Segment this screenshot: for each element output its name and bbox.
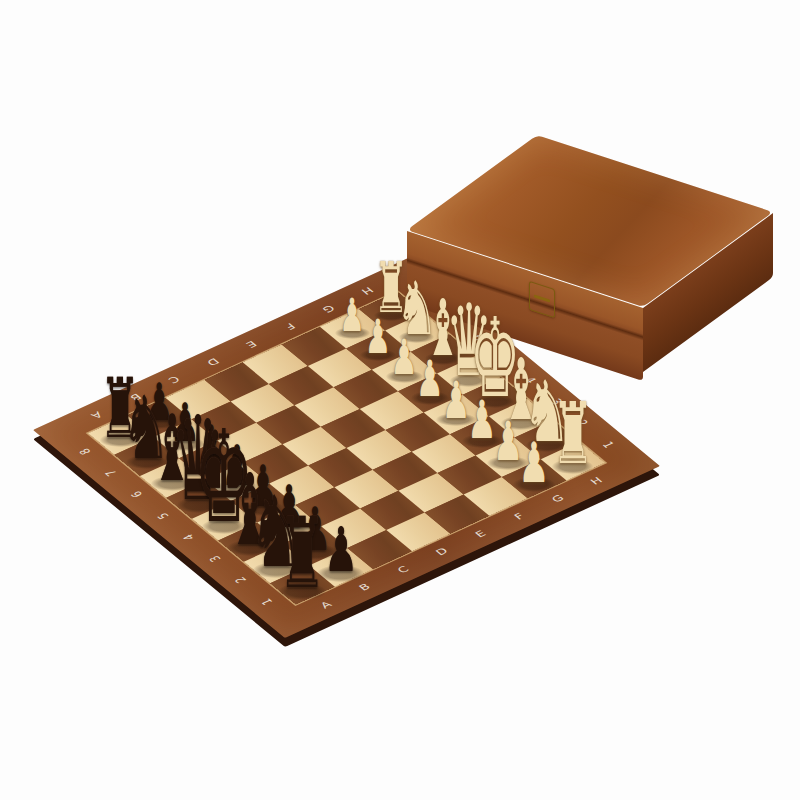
black-rook-a1: ♜ bbox=[278, 504, 326, 602]
white-pawn-g4: ♟ bbox=[442, 374, 471, 425]
product-photo-scene: AA88BB77CC66DD55EE44FF33GG22HH11 ♜♞♝♛♚♝♞… bbox=[0, 0, 800, 800]
brass-clasp-icon bbox=[529, 281, 555, 318]
white-rook-h1: ♜ bbox=[552, 391, 594, 476]
white-pawn-g6: ♟ bbox=[391, 334, 418, 383]
white-pawn-g8: ♟ bbox=[339, 293, 364, 339]
white-pawn-g7: ♟ bbox=[365, 313, 391, 360]
black-pawn-b1: ♟ bbox=[324, 519, 358, 581]
white-pawn-g5: ♟ bbox=[416, 354, 444, 404]
white-pawn-g1: ♟ bbox=[518, 435, 549, 491]
